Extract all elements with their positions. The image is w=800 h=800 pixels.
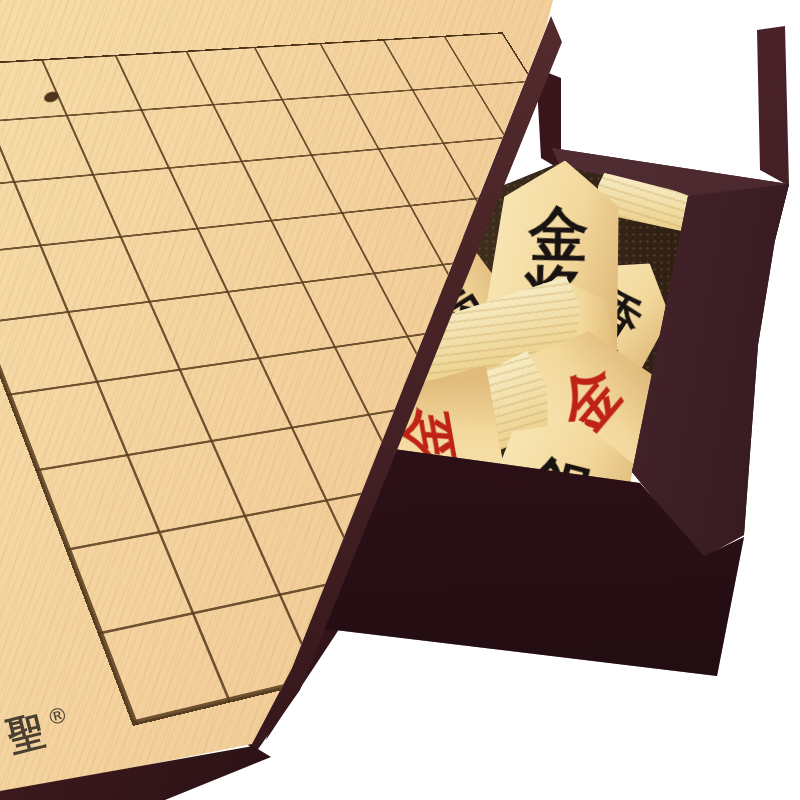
shogi-set-photo: 馬 香 車 金 将 金 金 銀 聖®	[0, 0, 800, 800]
maker-stamp-kanji: 聖	[2, 703, 50, 765]
registered-mark: ®	[44, 702, 70, 730]
piece-gold-kanji-top: 金	[528, 204, 589, 264]
maker-stamp: 聖®	[0, 697, 72, 765]
